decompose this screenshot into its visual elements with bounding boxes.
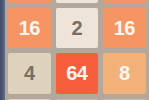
tile-8: 8	[103, 53, 146, 93]
game-screen-2048: 162164648	[0, 0, 149, 100]
tile-cutoff	[103, 99, 146, 100]
board-grid[interactable]: 162164648	[8, 0, 146, 100]
tile-cutoff	[103, 0, 146, 3]
tile-cutoff	[8, 99, 51, 100]
tile-cutoff	[56, 0, 99, 3]
tile-16: 16	[103, 8, 146, 48]
tile-4: 4	[8, 53, 51, 93]
page-background-edge	[0, 0, 5, 100]
tile-2: 2	[56, 8, 99, 48]
tile-64: 64	[56, 53, 99, 93]
tile-cutoff	[56, 99, 99, 100]
tile-cutoff	[8, 0, 51, 3]
tile-16: 16	[8, 8, 51, 48]
